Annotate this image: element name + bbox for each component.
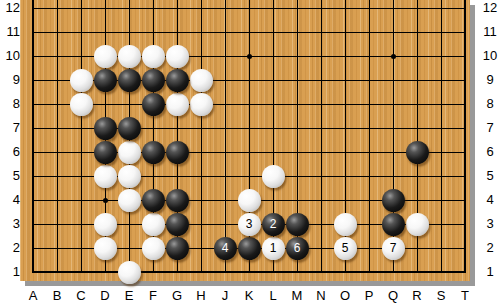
grid-vline-T — [464, 0, 466, 273]
stone-white-C9[interactable] — [70, 69, 93, 92]
stone-black-Q3[interactable] — [382, 213, 405, 236]
stone-black-F8[interactable] — [142, 93, 165, 116]
column-label-D: D — [95, 288, 115, 304]
grid-vline-C — [81, 0, 82, 273]
stone-black-G4[interactable] — [166, 189, 189, 212]
row-label-right-5: 5 — [479, 168, 500, 184]
stone-black-D7[interactable] — [94, 117, 117, 140]
stone-white-H9[interactable] — [190, 69, 213, 92]
stone-black-G3[interactable] — [166, 213, 189, 236]
row-label-right-10: 10 — [479, 48, 500, 64]
move-number-label: 7 — [390, 242, 397, 254]
grid-hline-11 — [32, 32, 466, 33]
column-label-R: R — [407, 288, 427, 304]
row-label-left-1: 1 — [0, 264, 20, 280]
stone-white-G8[interactable] — [166, 93, 189, 116]
column-label-O: O — [335, 288, 355, 304]
star-point-Q10 — [391, 54, 396, 59]
row-label-left-10: 10 — [0, 48, 20, 64]
move-number-label: 6 — [294, 242, 301, 254]
stone-black-Q4[interactable] — [382, 189, 405, 212]
column-label-G: G — [167, 288, 187, 304]
grid-vline-A — [32, 0, 34, 273]
stone-black-F4[interactable] — [142, 189, 165, 212]
stone-white-E1[interactable] — [118, 261, 141, 284]
row-label-left-7: 7 — [0, 120, 20, 136]
stone-white-D5[interactable] — [94, 165, 117, 188]
row-label-left-11: 11 — [0, 24, 20, 40]
column-label-Q: Q — [383, 288, 403, 304]
column-label-L: L — [263, 288, 283, 304]
star-point-K10 — [247, 54, 252, 59]
stone-black-G6[interactable] — [166, 141, 189, 164]
column-label-F: F — [143, 288, 163, 304]
grid-hline-12 — [32, 8, 466, 9]
stone-white-F3[interactable] — [142, 213, 165, 236]
move-number-label: 3 — [246, 218, 253, 230]
move-7-stone-white-Q2[interactable]: 7 — [382, 237, 405, 260]
row-label-right-12: 12 — [479, 0, 500, 16]
stone-white-L5[interactable] — [262, 165, 285, 188]
move-number-label: 4 — [222, 242, 229, 254]
row-label-left-5: 5 — [0, 168, 20, 184]
row-label-left-4: 4 — [0, 192, 20, 208]
star-point-D4 — [103, 198, 108, 203]
move-2-stone-black-L3[interactable]: 2 — [262, 213, 285, 236]
stone-black-R6[interactable] — [406, 141, 429, 164]
row-label-right-9: 9 — [479, 72, 500, 88]
grid-vline-B — [57, 0, 58, 273]
row-label-right-2: 2 — [479, 240, 500, 256]
column-label-K: K — [239, 288, 259, 304]
move-number-label: 5 — [342, 242, 349, 254]
stone-white-E10[interactable] — [118, 45, 141, 68]
move-6-stone-black-M2[interactable]: 6 — [286, 237, 309, 260]
stone-white-F10[interactable] — [142, 45, 165, 68]
row-label-left-3: 3 — [0, 216, 20, 232]
row-label-left-2: 2 — [0, 240, 20, 256]
grid-vline-H — [201, 0, 202, 273]
go-diagram-screen: 1234567 121110987654321 121110987654321 … — [0, 0, 500, 308]
stone-white-H8[interactable] — [190, 93, 213, 116]
grid-vline-S — [441, 0, 442, 273]
row-label-right-1: 1 — [479, 264, 500, 280]
stone-black-M3[interactable] — [286, 213, 309, 236]
stone-white-K4[interactable] — [238, 189, 261, 212]
stone-black-G2[interactable] — [166, 237, 189, 260]
stone-black-E7[interactable] — [118, 117, 141, 140]
stone-black-F6[interactable] — [142, 141, 165, 164]
stone-white-D10[interactable] — [94, 45, 117, 68]
stone-white-E4[interactable] — [118, 189, 141, 212]
stone-black-D6[interactable] — [94, 141, 117, 164]
stone-white-D3[interactable] — [94, 213, 117, 236]
grid-vline-P — [369, 0, 370, 273]
stone-black-E9[interactable] — [118, 69, 141, 92]
grid-hline-8 — [32, 104, 466, 105]
row-label-right-7: 7 — [479, 120, 500, 136]
stone-white-R3[interactable] — [406, 213, 429, 236]
row-label-left-12: 12 — [0, 0, 20, 16]
move-number-label: 1 — [270, 242, 277, 254]
stone-white-E6[interactable] — [118, 141, 141, 164]
move-5-stone-white-O2[interactable]: 5 — [334, 237, 357, 260]
column-label-B: B — [47, 288, 67, 304]
row-label-right-6: 6 — [479, 144, 500, 160]
grid-hline-1 — [32, 271, 466, 273]
column-label-M: M — [287, 288, 307, 304]
grid-vline-J — [225, 0, 226, 273]
stone-white-D2[interactable] — [94, 237, 117, 260]
stone-white-G10[interactable] — [166, 45, 189, 68]
stone-white-C8[interactable] — [70, 93, 93, 116]
column-label-S: S — [431, 288, 451, 304]
stone-white-E5[interactable] — [118, 165, 141, 188]
move-3-stone-white-K3[interactable]: 3 — [238, 213, 261, 236]
row-label-left-8: 8 — [0, 96, 20, 112]
move-4-stone-black-J2[interactable]: 4 — [214, 237, 237, 260]
stone-black-D9[interactable] — [94, 69, 117, 92]
column-label-T: T — [455, 288, 475, 304]
stone-white-F2[interactable] — [142, 237, 165, 260]
row-label-right-11: 11 — [479, 24, 500, 40]
column-label-E: E — [119, 288, 139, 304]
stone-black-K2[interactable] — [238, 237, 261, 260]
row-label-left-9: 9 — [0, 72, 20, 88]
stone-black-G9[interactable] — [166, 69, 189, 92]
row-label-right-3: 3 — [479, 216, 500, 232]
grid-vline-N — [321, 0, 322, 273]
move-number-label: 2 — [270, 218, 277, 230]
column-label-H: H — [191, 288, 211, 304]
column-label-C: C — [71, 288, 91, 304]
row-label-right-8: 8 — [479, 96, 500, 112]
column-label-P: P — [359, 288, 379, 304]
move-1-stone-white-L2[interactable]: 1 — [262, 237, 285, 260]
stone-white-O3[interactable] — [334, 213, 357, 236]
row-label-right-4: 4 — [479, 192, 500, 208]
column-label-N: N — [311, 288, 331, 304]
stone-black-F9[interactable] — [142, 69, 165, 92]
column-label-A: A — [23, 288, 43, 304]
go-board[interactable]: 1234567 — [20, 0, 470, 281]
column-label-J: J — [215, 288, 235, 304]
row-label-left-6: 6 — [0, 144, 20, 160]
